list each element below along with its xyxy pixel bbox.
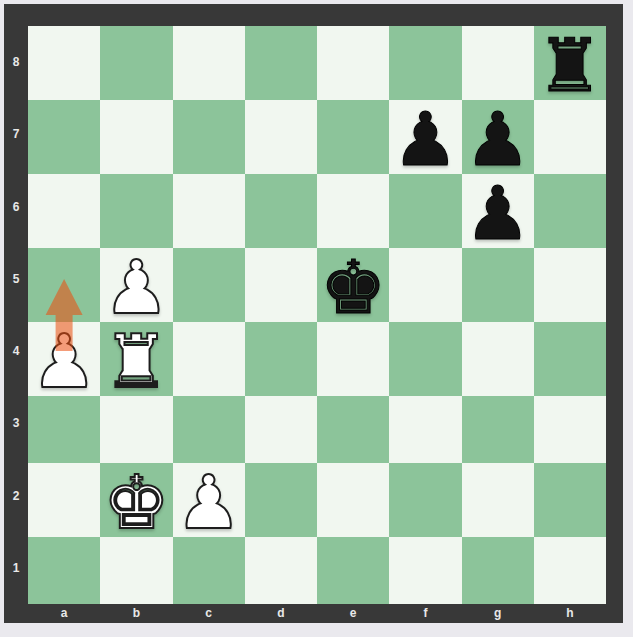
square-b5[interactable]: ♟ [100,248,172,322]
black-king[interactable]: ♚ [320,250,386,324]
rank-label-1: 1 [4,532,28,604]
square-a6[interactable] [28,174,100,248]
file-label-b: b [100,604,172,623]
rank-label-5: 5 [4,243,28,315]
page-background: { "game": "chess", "position": { "fen": … [0,0,633,637]
board-frame: 87654321 abcdefgh ♜♟♟♟♟♚♟♜♚♟ [4,4,623,623]
square-f2[interactable] [389,463,461,537]
square-e7[interactable] [317,100,389,174]
square-h1[interactable] [534,537,606,604]
black-pawn[interactable]: ♟ [392,102,458,176]
square-d4[interactable] [245,322,317,396]
square-g6[interactable]: ♟ [462,174,534,248]
square-b6[interactable] [100,174,172,248]
square-a1[interactable] [28,537,100,604]
square-b8[interactable] [100,26,172,100]
square-b3[interactable] [100,396,172,463]
square-e1[interactable] [317,537,389,604]
square-g5[interactable] [462,248,534,322]
file-label-c: c [173,604,245,623]
rank-labels: 87654321 [4,26,28,604]
square-f6[interactable] [389,174,461,248]
rank-label-8: 8 [4,26,28,98]
square-b2[interactable]: ♚ [100,463,172,537]
square-e3[interactable] [317,396,389,463]
file-labels: abcdefgh [28,604,606,623]
square-g8[interactable] [462,26,534,100]
square-g7[interactable]: ♟ [462,100,534,174]
square-a3[interactable] [28,396,100,463]
rank-label-2: 2 [4,460,28,532]
rank-label-4: 4 [4,315,28,387]
square-g2[interactable] [462,463,534,537]
black-pawn[interactable]: ♟ [464,102,530,176]
square-g4[interactable] [462,322,534,396]
square-d8[interactable] [245,26,317,100]
rank-label-3: 3 [4,387,28,459]
square-c6[interactable] [173,174,245,248]
square-a5[interactable] [28,248,100,322]
chess-board: ♜♟♟♟♟♚♟♜♚♟ [28,26,606,604]
square-d7[interactable] [245,100,317,174]
square-h3[interactable] [534,396,606,463]
square-e5[interactable]: ♚ [317,248,389,322]
white-pawn[interactable]: ♟ [31,324,97,398]
square-g3[interactable] [462,396,534,463]
square-d1[interactable] [245,537,317,604]
square-c5[interactable] [173,248,245,322]
square-e8[interactable] [317,26,389,100]
square-h2[interactable] [534,463,606,537]
square-h8[interactable]: ♜ [534,26,606,100]
square-h4[interactable] [534,322,606,396]
square-e4[interactable] [317,322,389,396]
square-b1[interactable] [100,537,172,604]
square-g1[interactable] [462,537,534,604]
square-c1[interactable] [173,537,245,604]
square-f8[interactable] [389,26,461,100]
square-h7[interactable] [534,100,606,174]
square-c3[interactable] [173,396,245,463]
square-b4[interactable]: ♜ [100,322,172,396]
square-f4[interactable] [389,322,461,396]
file-label-d: d [245,604,317,623]
white-pawn[interactable]: ♟ [103,250,169,324]
rank-label-6: 6 [4,171,28,243]
square-c7[interactable] [173,100,245,174]
black-pawn[interactable]: ♟ [464,176,530,250]
file-label-e: e [317,604,389,623]
square-f1[interactable] [389,537,461,604]
file-label-g: g [462,604,534,623]
black-rook[interactable]: ♜ [537,28,603,102]
square-f5[interactable] [389,248,461,322]
white-rook[interactable]: ♜ [103,324,169,398]
file-label-a: a [28,604,100,623]
file-label-h: h [534,604,606,623]
square-h5[interactable] [534,248,606,322]
square-d3[interactable] [245,396,317,463]
rank-label-7: 7 [4,98,28,170]
square-f7[interactable]: ♟ [389,100,461,174]
square-f3[interactable] [389,396,461,463]
square-e6[interactable] [317,174,389,248]
square-e2[interactable] [317,463,389,537]
square-d5[interactable] [245,248,317,322]
square-a8[interactable] [28,26,100,100]
square-d6[interactable] [245,174,317,248]
square-d2[interactable] [245,463,317,537]
square-a2[interactable] [28,463,100,537]
square-b7[interactable] [100,100,172,174]
square-c8[interactable] [173,26,245,100]
square-a7[interactable] [28,100,100,174]
square-h6[interactable] [534,174,606,248]
square-a4[interactable]: ♟ [28,322,100,396]
square-c4[interactable] [173,322,245,396]
square-c2[interactable]: ♟ [173,463,245,537]
white-king[interactable]: ♚ [103,465,169,539]
file-label-f: f [389,604,461,623]
white-pawn[interactable]: ♟ [175,465,241,539]
